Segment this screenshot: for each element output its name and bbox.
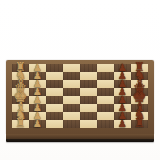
- board-square[interactable]: [80, 96, 97, 104]
- board-square[interactable]: ♟: [114, 120, 131, 128]
- board-square[interactable]: [63, 120, 80, 128]
- board-square[interactable]: [97, 80, 114, 88]
- board-plinth-shadow: [6, 139, 154, 142]
- chess-set-photo: ♜♟♟♜♞♟♟♞♝♟♟♝♛♟♟♛♚♟♟♚♝♟♟♝♞♟♟♞♜♟♟♜: [0, 0, 160, 160]
- board-square[interactable]: [97, 104, 114, 112]
- board-square[interactable]: [46, 96, 63, 104]
- black-pawn[interactable]: ♟: [114, 119, 131, 129]
- board-square[interactable]: [46, 112, 63, 120]
- board-square[interactable]: [80, 120, 97, 128]
- board-square[interactable]: [63, 88, 80, 96]
- board-square[interactable]: [97, 64, 114, 72]
- board-square[interactable]: [80, 64, 97, 72]
- board-square[interactable]: [97, 72, 114, 80]
- board-square[interactable]: [46, 72, 63, 80]
- board-square[interactable]: [46, 120, 63, 128]
- board-square[interactable]: [80, 80, 97, 88]
- white-rook[interactable]: ♜: [12, 117, 29, 129]
- board-square[interactable]: [80, 72, 97, 80]
- board-square[interactable]: [46, 80, 63, 88]
- board-square[interactable]: [63, 80, 80, 88]
- board-squares: ♜♟♟♜♞♟♟♞♝♟♟♝♛♟♟♛♚♟♟♚♝♟♟♝♞♟♟♞♜♟♟♜: [12, 64, 148, 128]
- board-square[interactable]: ♜: [131, 120, 148, 128]
- board-square[interactable]: [80, 104, 97, 112]
- board-square[interactable]: [80, 88, 97, 96]
- board-square[interactable]: [63, 64, 80, 72]
- chess-board: ♜♟♟♜♞♟♟♞♝♟♟♝♛♟♟♛♚♟♟♚♝♟♟♝♞♟♟♞♜♟♟♜: [6, 60, 154, 142]
- board-square[interactable]: ♜: [12, 120, 29, 128]
- board-square[interactable]: [46, 64, 63, 72]
- board-square[interactable]: [63, 72, 80, 80]
- board-square[interactable]: [63, 96, 80, 104]
- board-square[interactable]: [80, 112, 97, 120]
- board-square[interactable]: [63, 112, 80, 120]
- board-frame: ♜♟♟♜♞♟♟♞♝♟♟♝♛♟♟♛♚♟♟♚♝♟♟♝♞♟♟♞♜♟♟♜: [6, 60, 154, 134]
- black-rook[interactable]: ♜: [131, 117, 148, 129]
- board-square[interactable]: [46, 88, 63, 96]
- board-square[interactable]: [97, 120, 114, 128]
- white-pawn[interactable]: ♟: [29, 119, 46, 129]
- board-square[interactable]: [46, 104, 63, 112]
- board-square[interactable]: [63, 104, 80, 112]
- board-square[interactable]: [97, 88, 114, 96]
- board-square[interactable]: [97, 112, 114, 120]
- board-square[interactable]: ♟: [29, 120, 46, 128]
- board-square[interactable]: [97, 96, 114, 104]
